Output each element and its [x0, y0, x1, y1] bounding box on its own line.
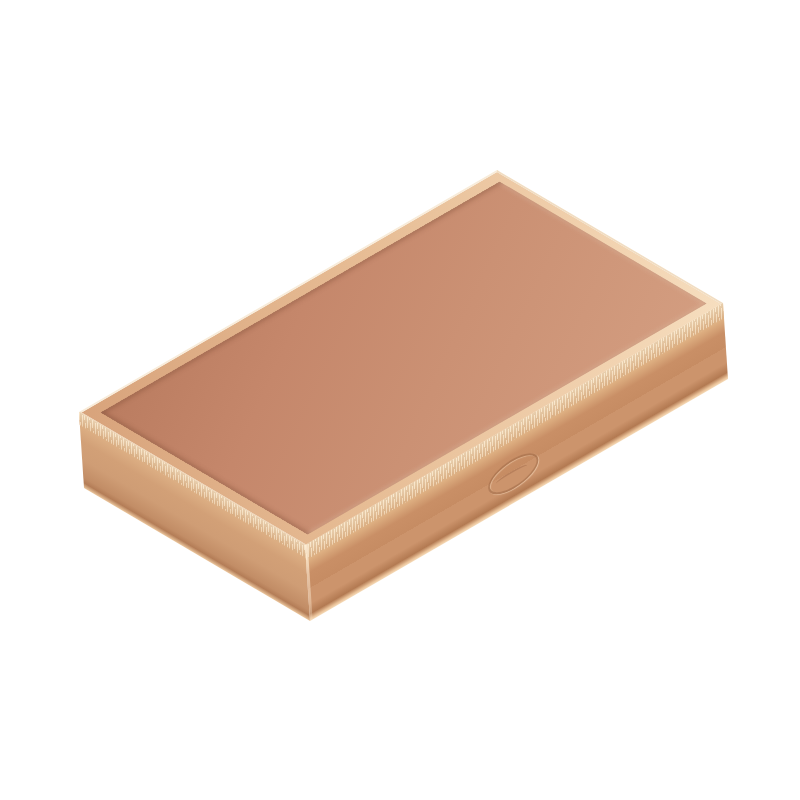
wear-plate	[0, 0, 800, 800]
oval-logo-stamp	[487, 445, 539, 503]
product-photo-stage	[0, 0, 800, 800]
